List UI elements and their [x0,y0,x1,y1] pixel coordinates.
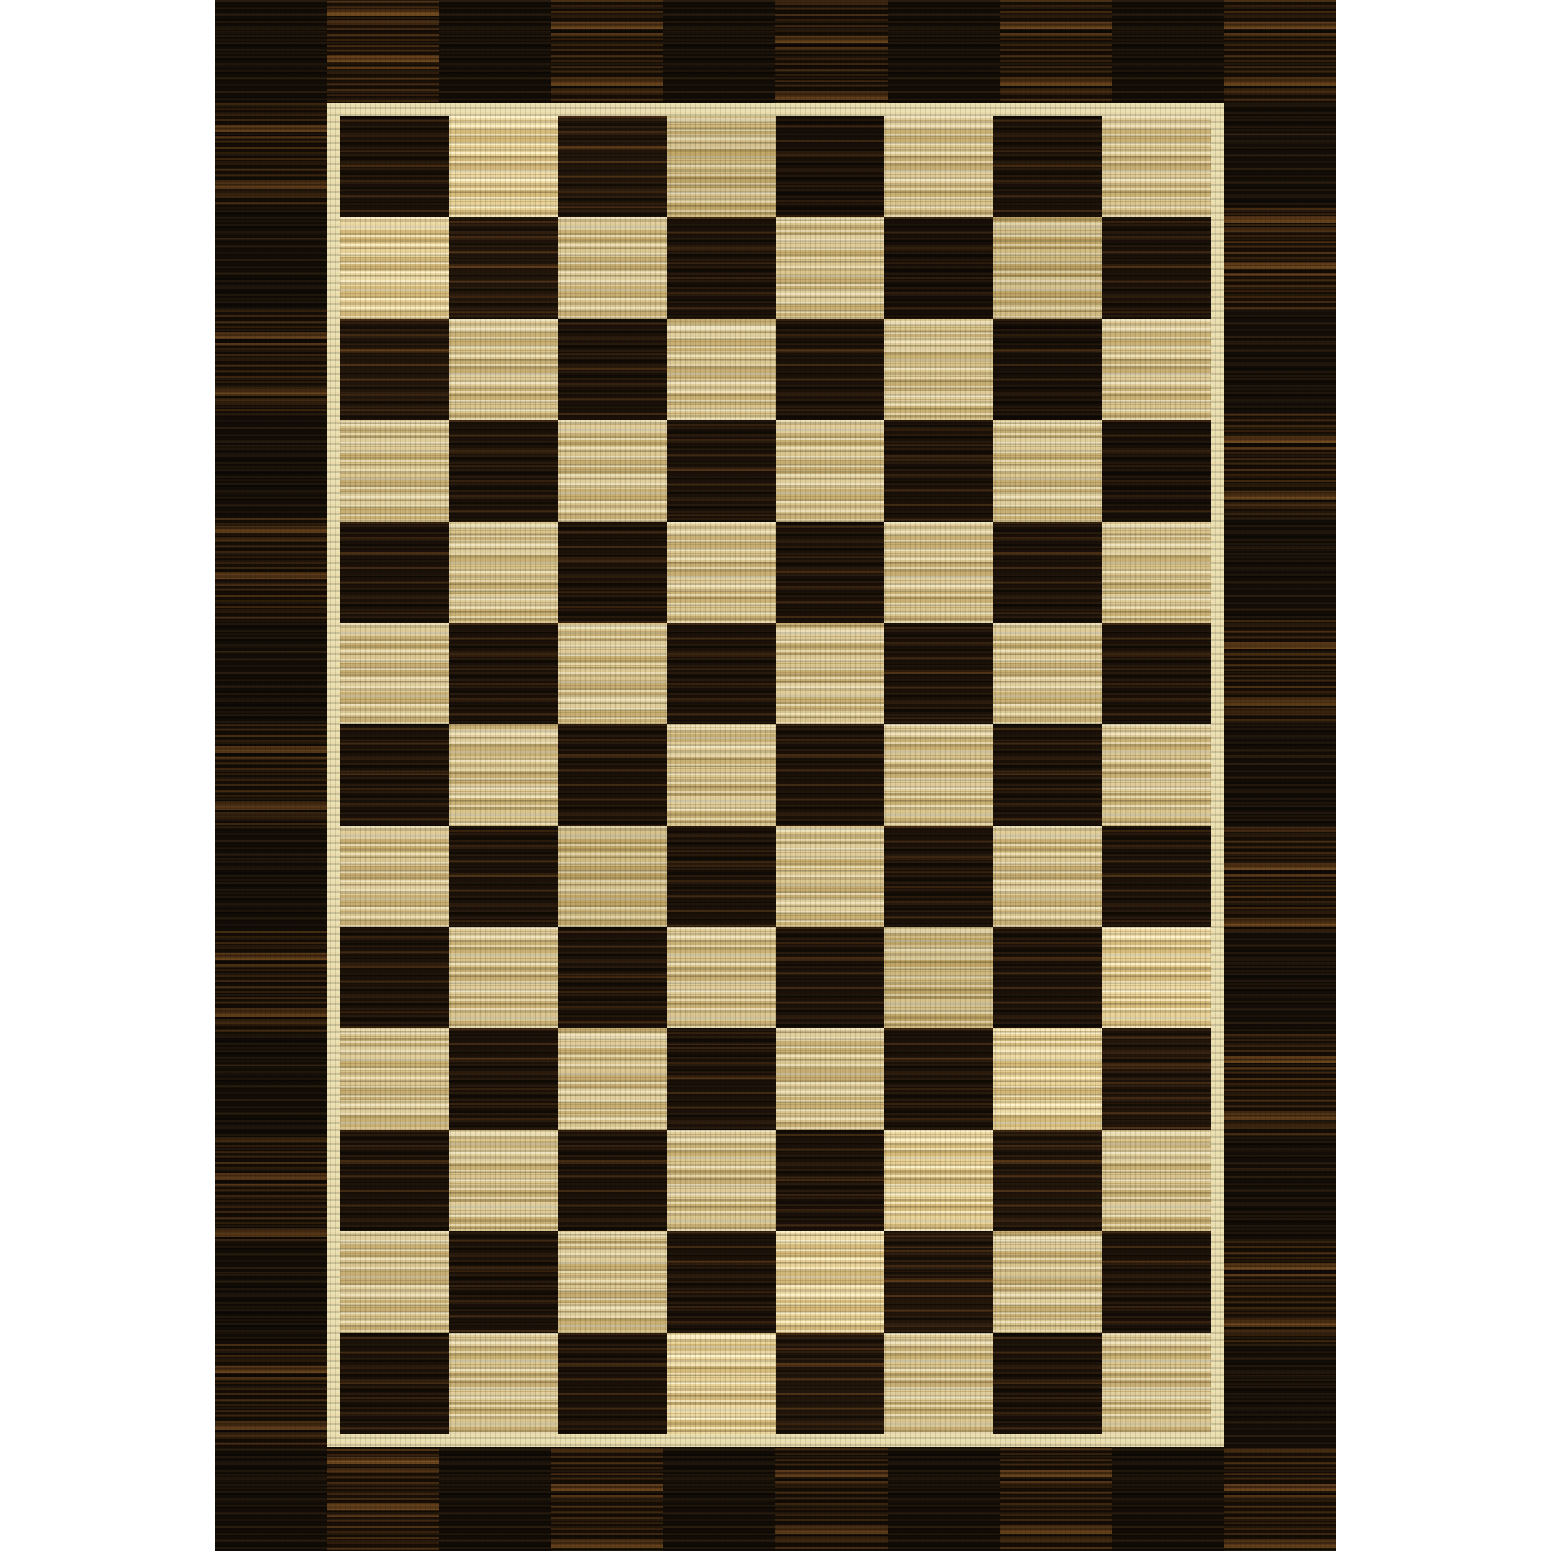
board-cell [558,1333,667,1434]
ring-block [1224,414,1336,517]
board-cell [449,116,558,217]
board-cell [667,1333,776,1434]
ring-block [215,827,327,930]
board-cell [449,623,558,724]
board-cell [776,319,885,420]
ring-block [551,0,663,103]
board-cell [884,116,993,217]
ring-block [439,0,551,103]
ring-block [215,1448,327,1551]
board-cell [1102,319,1211,420]
board-cell [667,1028,776,1129]
board-cell [776,116,885,217]
ring-block [1224,207,1336,310]
board-cell [449,319,558,420]
board-cell [558,724,667,825]
board-cell [667,217,776,318]
board-cell [884,522,993,623]
board-cell [884,1231,993,1332]
board-cell [776,217,885,318]
ring-block [1224,310,1336,413]
board-cell [340,724,449,825]
board-cell [993,826,1102,927]
ring-block [888,0,1000,103]
board-cell [1102,1231,1211,1332]
ring-block [215,414,327,517]
board-cell [884,1333,993,1434]
board-cell [884,420,993,521]
ring-block [215,1034,327,1137]
ring-block [1112,1448,1224,1551]
board-cell [667,420,776,521]
board-cell [993,724,1102,825]
ring-block [215,517,327,620]
ring-block [1224,103,1336,206]
board-cell [1102,217,1211,318]
board-cell [667,724,776,825]
board-cell [993,116,1102,217]
board-cell [558,1028,667,1129]
checkerboard-rug [215,0,1336,1551]
ring-block [215,1344,327,1447]
product-photo-background [0,0,1551,1551]
board-cell [884,217,993,318]
board-cell [776,623,885,724]
ring-block [1000,1448,1112,1551]
ring-block [775,1448,887,1551]
board-cell [667,927,776,1028]
board-cell [449,1130,558,1231]
board-cell [776,724,885,825]
ring-block [1224,0,1336,103]
ring-block [551,1448,663,1551]
board-cell [776,826,885,927]
checkerboard-frame [327,103,1224,1447]
ring-block [1224,517,1336,620]
ring-block [888,1448,1000,1551]
board-cell [884,623,993,724]
ring-block [215,310,327,413]
ring-block [215,724,327,827]
board-cell [884,826,993,927]
board-cell [558,319,667,420]
board-cell [667,826,776,927]
ring-block [1224,1344,1336,1447]
board-cell [776,1333,885,1434]
board-cell [558,420,667,521]
board-cell [449,1231,558,1332]
board-cell [993,1333,1102,1434]
board-cell [340,116,449,217]
board-cell [340,1333,449,1434]
board-cell [1102,826,1211,927]
board-cell [776,1130,885,1231]
ring-block [327,1448,439,1551]
board-cell [449,927,558,1028]
board-cell [340,217,449,318]
board-cell [340,1231,449,1332]
board-cell [340,927,449,1028]
ring-block [215,1137,327,1240]
ring-block [1224,1448,1336,1551]
board-cell [884,319,993,420]
board-cell [340,623,449,724]
board-cell [449,1028,558,1129]
board-cell [1102,1028,1211,1129]
ring-block [775,0,887,103]
board-cell [558,1231,667,1332]
board-cell [558,1130,667,1231]
board-cell [993,319,1102,420]
board-cell [993,927,1102,1028]
board-cell [558,217,667,318]
ring-block [663,0,775,103]
ring-block [1112,0,1224,103]
board-cell [558,522,667,623]
board-cell [558,116,667,217]
ring-block [215,103,327,206]
ring-block [1224,724,1336,827]
board-cell [340,319,449,420]
ring-block [439,1448,551,1551]
board-cell [340,420,449,521]
board-cell [667,116,776,217]
board-cell [449,826,558,927]
board-cell [1102,623,1211,724]
board-cell [449,217,558,318]
ring-block [1224,1034,1336,1137]
board-cell [340,522,449,623]
board-cell [993,1231,1102,1332]
board-cell [776,1028,885,1129]
board-cell [884,724,993,825]
ring-block [1224,1241,1336,1344]
ring-block [1224,827,1336,930]
board-cell [776,1231,885,1332]
board-cell [884,1028,993,1129]
ring-block [1000,0,1112,103]
board-cell [667,1231,776,1332]
ring-block [215,931,327,1034]
ring-block [663,1448,775,1551]
board-cell [1102,420,1211,521]
ring-block [215,620,327,723]
board-cell [667,522,776,623]
board-cell [558,623,667,724]
board-cell [993,522,1102,623]
board-cell [993,217,1102,318]
board-cell [449,522,558,623]
board-cell [1102,522,1211,623]
board-cell [449,420,558,521]
board-cell [993,1130,1102,1231]
board-cell [776,927,885,1028]
ring-block [1224,931,1336,1034]
board-cell [993,1028,1102,1129]
board-cell [776,522,885,623]
board-cell [1102,1130,1211,1231]
board-cell [558,927,667,1028]
board-cell [993,420,1102,521]
ring-block [215,0,327,103]
checkerboard [340,116,1211,1434]
board-cell [449,724,558,825]
board-cell [884,927,993,1028]
board-cell [993,623,1102,724]
board-cell [1102,927,1211,1028]
board-cell [1102,724,1211,825]
board-cell [340,1130,449,1231]
ring-block [1224,620,1336,723]
ring-block [215,207,327,310]
ring-block [215,1241,327,1344]
board-cell [340,826,449,927]
ring-block [327,0,439,103]
board-cell [667,623,776,724]
board-cell [449,1333,558,1434]
board-cell [1102,116,1211,217]
board-cell [884,1130,993,1231]
board-cell [667,319,776,420]
board-cell [776,420,885,521]
board-cell [1102,1333,1211,1434]
board-cell [340,1028,449,1129]
ring-block [1224,1137,1336,1240]
board-cell [667,1130,776,1231]
board-cell [558,826,667,927]
